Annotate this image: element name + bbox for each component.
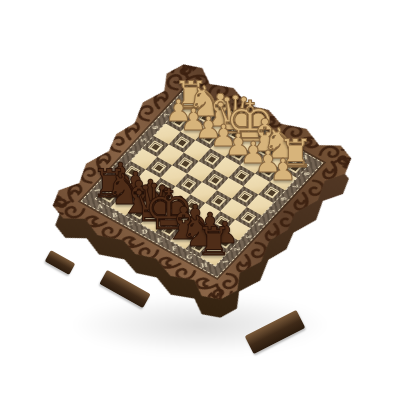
file-label-G: G (179, 251, 199, 263)
file-label-D: D (135, 226, 155, 238)
file-label-C: C (219, 110, 239, 122)
file-label-H: H (194, 259, 214, 271)
file-label-C: C (120, 218, 140, 230)
chess-board-assembly: ABCDEFGH ABCDEFGH 87654321 87654321 (40, 54, 364, 309)
file-label-B: B (105, 209, 125, 221)
file-label-A: A (90, 201, 110, 213)
file-label-E: E (150, 234, 170, 246)
file-label-H: H (294, 152, 314, 164)
file-label-F: F (264, 135, 284, 147)
file-label-G: G (279, 143, 299, 155)
file-label-E: E (249, 127, 269, 139)
chess-set-photo: ABCDEFGH ABCDEFGH 87654321 87654321 ♜♞♝♛… (0, 0, 400, 400)
file-label-F: F (165, 243, 185, 255)
file-label-B: B (204, 101, 224, 113)
file-label-A: A (190, 93, 210, 105)
file-label-D: D (234, 118, 254, 130)
bracket-foot (45, 250, 76, 275)
